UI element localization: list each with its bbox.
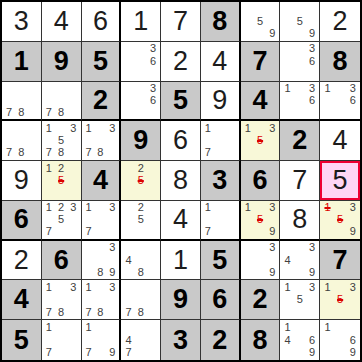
candidate-grid: 78 <box>121 280 160 319</box>
cell-r7c3[interactable]: 389 <box>82 241 122 281</box>
cell-r9c8[interactable]: 1469 <box>280 320 320 360</box>
cell-r1c3[interactable]: 6 <box>82 2 122 42</box>
cell-r7c6[interactable]: 5 <box>201 241 241 281</box>
cell-r8c2[interactable]: 1378 <box>42 280 82 320</box>
candidate-5: 5 <box>55 135 67 147</box>
candidate-5: 5 <box>55 214 67 226</box>
candidate-grid: 25 <box>121 161 160 200</box>
cell-r1c4[interactable]: 1 <box>121 2 161 42</box>
cell-r7c5[interactable]: 1 <box>161 241 201 281</box>
given-value: 3 <box>212 167 227 194</box>
cell-r3c1[interactable]: 78 <box>2 82 42 122</box>
cell-r2c7[interactable]: 7 <box>241 42 281 82</box>
candidate-4: 4 <box>122 334 134 347</box>
cell-r4c3[interactable]: 1378 <box>82 121 122 161</box>
candidate-3: 3 <box>67 281 79 293</box>
candidate-9: 9 <box>266 28 278 40</box>
candidate-5: 5 <box>254 15 266 27</box>
candidate-1: 1 <box>83 122 95 134</box>
candidate-7: 7 <box>83 306 95 318</box>
candidate-1: 1 <box>242 122 254 134</box>
candidate-grid: 169 <box>320 320 360 360</box>
candidate-1: 1 <box>83 281 95 293</box>
candidate-4: 4 <box>281 334 293 347</box>
cell-r3c3[interactable]: 2 <box>82 82 122 122</box>
cell-r5c1[interactable]: 9 <box>2 161 42 201</box>
candidate-1: 1 <box>202 202 214 214</box>
candidate-9: 9 <box>306 346 318 359</box>
cell-value: 1 <box>133 8 148 35</box>
cell-value: 9 <box>212 87 227 114</box>
eliminated-candidate-5: 5 <box>254 135 266 147</box>
cell-r2c1[interactable]: 1 <box>2 42 42 82</box>
candidate-9: 9 <box>106 346 118 359</box>
cell-r8c5[interactable]: 9 <box>161 280 201 320</box>
eliminated-candidate-5: 5 <box>254 214 266 226</box>
cell-r2c6[interactable]: 4 <box>201 42 241 82</box>
cell-r4c8[interactable]: 2 <box>280 121 320 161</box>
cell-r8c7[interactable]: 2 <box>241 280 281 320</box>
candidate-grid: 1359 <box>320 201 360 239</box>
cell-r9c2[interactable]: 17 <box>42 320 82 360</box>
cell-r1c8[interactable]: 59 <box>280 2 320 42</box>
candidate-3: 3 <box>306 281 318 293</box>
candidate-grid: 25 <box>121 201 160 239</box>
given-value: 2 <box>212 327 227 354</box>
candidate-3: 3 <box>147 43 159 55</box>
cell-r3c6[interactable]: 9 <box>201 82 241 122</box>
candidate-grid: 78 <box>2 82 41 120</box>
cell-r8c6[interactable]: 6 <box>201 280 241 320</box>
candidate-8: 8 <box>94 306 106 318</box>
candidate-8: 8 <box>94 147 106 159</box>
given-value: 8 <box>333 48 348 75</box>
cell-r8c4[interactable]: 78 <box>121 280 161 320</box>
candidate-7: 7 <box>3 147 15 159</box>
cell-r7c1[interactable]: 2 <box>2 241 42 281</box>
candidate-8: 8 <box>55 106 67 118</box>
candidate-9: 9 <box>306 28 318 40</box>
candidate-1: 1 <box>83 321 95 334</box>
candidate-3: 3 <box>67 122 79 134</box>
candidate-3: 3 <box>106 202 118 214</box>
cell-r7c7[interactable]: 39 <box>241 241 281 281</box>
cell-value: 2 <box>173 48 188 75</box>
cell-r4c5[interactable]: 6 <box>161 121 201 161</box>
candidate-grid: 12357 <box>42 201 81 239</box>
candidate-3: 3 <box>106 122 118 134</box>
candidate-7: 7 <box>43 106 55 118</box>
cell-value: 1 <box>173 247 188 274</box>
sudoku-board: 3461785959219536247368787823659413613678… <box>0 0 362 362</box>
cell-r7c8[interactable]: 349 <box>280 241 320 281</box>
candidate-3: 3 <box>106 242 118 254</box>
cell-r1c7[interactable]: 59 <box>241 2 281 42</box>
candidate-7: 7 <box>3 106 15 118</box>
cell-value: 4 <box>212 48 227 75</box>
cell-value: 4 <box>54 8 69 35</box>
candidate-grid: 136 <box>280 82 319 120</box>
candidate-1: 1 <box>43 122 55 134</box>
cell-r6c3[interactable]: 137 <box>82 201 122 241</box>
cell-r6c6[interactable]: 17 <box>201 201 241 241</box>
candidate-grid: 78 <box>42 82 81 120</box>
cell-r9c9[interactable]: 169 <box>320 320 360 360</box>
candidate-3: 3 <box>266 202 278 214</box>
candidate-grid: 59 <box>280 2 319 41</box>
candidate-9: 9 <box>346 226 359 238</box>
cell-r3c7[interactable]: 4 <box>241 82 281 122</box>
candidate-8: 8 <box>94 266 106 278</box>
candidate-5: 5 <box>135 214 147 226</box>
candidate-6: 6 <box>306 334 318 347</box>
cell-value: 4 <box>333 127 348 154</box>
candidate-3: 3 <box>346 281 359 293</box>
given-value: 9 <box>133 127 148 154</box>
candidate-3: 3 <box>67 202 79 214</box>
cell-r5c8[interactable]: 7 <box>280 161 320 201</box>
candidate-7: 7 <box>43 226 55 238</box>
eliminated-candidate-1: 1 <box>321 202 334 214</box>
given-value: 6 <box>14 206 29 233</box>
cell-value: 6 <box>93 8 108 35</box>
given-value: 6 <box>54 247 69 274</box>
cell-r9c3[interactable]: 179 <box>82 320 122 360</box>
candidate-7: 7 <box>43 147 55 159</box>
candidate-3: 3 <box>266 122 278 134</box>
candidate-grid: 36 <box>121 42 160 81</box>
cell-r6c7[interactable]: 1359 <box>241 201 281 241</box>
cell-value: 8 <box>292 206 307 233</box>
given-value: 4 <box>93 167 108 194</box>
cell-r1c2[interactable]: 4 <box>42 2 82 42</box>
cell-r2c4[interactable]: 36 <box>121 42 161 82</box>
cell-r4c7[interactable]: 135 <box>241 121 281 161</box>
candidate-8: 8 <box>135 306 147 318</box>
cell-r4c2[interactable]: 13578 <box>42 121 82 161</box>
candidate-3: 3 <box>346 202 359 214</box>
cell-r6c2[interactable]: 12357 <box>42 201 82 241</box>
cell-r1c6[interactable]: 8 <box>201 2 241 42</box>
candidate-6: 6 <box>147 94 159 106</box>
candidate-9: 9 <box>266 266 278 278</box>
candidate-2: 2 <box>55 202 67 214</box>
candidate-3: 3 <box>106 281 118 293</box>
candidate-3: 3 <box>147 83 159 95</box>
candidate-4: 4 <box>281 254 293 266</box>
candidate-3: 3 <box>306 43 318 55</box>
cell-r1c9[interactable]: 2 <box>320 2 360 42</box>
candidate-grid: 17 <box>42 320 81 360</box>
cell-r4c6[interactable]: 17 <box>201 121 241 161</box>
candidate-7: 7 <box>202 226 214 238</box>
candidate-grid: 13578 <box>42 121 81 160</box>
cell-r3c9[interactable]: 136 <box>320 82 360 122</box>
cell-value: 2 <box>14 247 29 274</box>
candidate-8: 8 <box>55 306 67 318</box>
candidate-2: 2 <box>55 162 67 174</box>
candidate-1: 1 <box>281 83 293 95</box>
cell-r6c4[interactable]: 25 <box>121 201 161 241</box>
candidate-grid: 1359 <box>241 201 280 239</box>
cell-r6c9[interactable]: 1359 <box>320 201 360 241</box>
candidate-3: 3 <box>306 242 318 254</box>
given-value: 5 <box>173 87 188 114</box>
cell-r5c2[interactable]: 125 <box>42 161 82 201</box>
cell-r4c9[interactable]: 4 <box>320 121 360 161</box>
candidate-7: 7 <box>83 346 95 359</box>
given-value: 5 <box>14 327 29 354</box>
candidate-6: 6 <box>147 55 159 67</box>
given-value: 2 <box>253 286 268 313</box>
cell-r9c6[interactable]: 2 <box>201 320 241 360</box>
cell-r9c7[interactable]: 8 <box>241 320 281 360</box>
candidate-7: 7 <box>43 306 55 318</box>
cell-value: 7 <box>292 167 307 194</box>
candidate-grid: 36 <box>280 42 319 81</box>
cell-r1c5[interactable]: 7 <box>161 2 201 42</box>
cell-r2c8[interactable]: 36 <box>280 42 320 82</box>
candidate-9: 9 <box>346 346 359 359</box>
cell-value: 9 <box>14 167 29 194</box>
cell-r2c3[interactable]: 5 <box>82 42 122 82</box>
candidate-grid: 47 <box>121 320 160 360</box>
cell-r6c8[interactable]: 8 <box>280 201 320 241</box>
candidate-9: 9 <box>266 226 278 238</box>
candidate-8: 8 <box>15 147 27 159</box>
eliminated-candidate-5: 5 <box>135 174 147 186</box>
cell-r8c9[interactable]: 135 <box>320 280 360 320</box>
candidate-1: 1 <box>202 122 214 134</box>
cell-value: 7 <box>173 8 188 35</box>
given-value: 4 <box>14 286 29 313</box>
candidate-1: 1 <box>321 321 334 334</box>
given-value: 1 <box>14 48 29 75</box>
candidate-9: 9 <box>306 266 318 278</box>
cell-value: 8 <box>173 167 188 194</box>
cell-r8c8[interactable]: 135 <box>280 280 320 320</box>
cell-value: 2 <box>333 8 348 35</box>
cell-r4c1[interactable]: 78 <box>2 121 42 161</box>
candidate-3: 3 <box>266 242 278 254</box>
cell-r3c8[interactable]: 136 <box>280 82 320 122</box>
candidate-1: 1 <box>83 202 95 214</box>
cell-r1c1[interactable]: 3 <box>2 2 42 42</box>
given-value: 8 <box>253 327 268 354</box>
candidate-grid: 125 <box>42 161 81 200</box>
candidate-7: 7 <box>83 226 95 238</box>
given-value: 5 <box>93 48 108 75</box>
given-value: 4 <box>253 87 268 114</box>
cell-r2c2[interactable]: 9 <box>42 42 82 82</box>
cell-r5c3[interactable]: 4 <box>82 161 122 201</box>
candidate-1: 1 <box>43 202 55 214</box>
given-value: 2 <box>292 127 307 154</box>
candidate-grid: 136 <box>320 82 360 120</box>
candidate-7: 7 <box>83 147 95 159</box>
cell-r7c9[interactable]: 7 <box>320 241 360 281</box>
given-value: 2 <box>93 87 108 114</box>
candidate-grid: 349 <box>280 241 319 280</box>
candidate-6: 6 <box>346 94 359 106</box>
eliminated-candidate-5: 5 <box>55 174 67 186</box>
candidate-1: 1 <box>281 321 293 334</box>
cell-r8c1[interactable]: 4 <box>2 280 42 320</box>
candidate-7: 7 <box>122 306 134 318</box>
candidate-8: 8 <box>135 266 147 278</box>
candidate-grid: 39 <box>241 241 280 280</box>
cell-r3c5[interactable]: 5 <box>161 82 201 122</box>
candidate-1: 1 <box>43 162 55 174</box>
given-value: 9 <box>54 48 69 75</box>
candidate-grid: 1469 <box>280 320 319 360</box>
candidate-6: 6 <box>346 334 359 347</box>
candidate-1: 1 <box>242 202 254 214</box>
candidate-1: 1 <box>43 321 55 334</box>
candidate-grid: 36 <box>121 82 160 120</box>
cell-value: 4 <box>173 206 188 233</box>
candidate-grid: 1378 <box>42 280 81 319</box>
candidate-3: 3 <box>346 83 359 95</box>
eliminated-candidate-5: 5 <box>334 294 347 306</box>
candidate-1: 1 <box>321 281 334 293</box>
candidate-grid: 179 <box>82 320 120 360</box>
candidate-5: 5 <box>294 294 306 306</box>
cell-r3c2[interactable]: 78 <box>42 82 82 122</box>
candidate-grid: 17 <box>201 121 239 160</box>
cell-r2c9[interactable]: 8 <box>320 42 360 82</box>
eliminated-candidate-5: 5 <box>334 214 347 226</box>
candidate-2: 2 <box>135 202 147 214</box>
candidate-7: 7 <box>122 346 134 359</box>
candidate-grid: 1378 <box>82 280 120 319</box>
cell-r9c4[interactable]: 47 <box>121 320 161 360</box>
candidate-2: 2 <box>135 162 147 174</box>
given-value: 8 <box>212 8 227 35</box>
candidate-grid: 48 <box>121 241 160 280</box>
candidate-9: 9 <box>106 266 118 278</box>
cell-r9c5[interactable]: 3 <box>161 320 201 360</box>
cell-r5c7[interactable]: 6 <box>241 161 281 201</box>
candidate-grid: 135 <box>280 280 319 319</box>
candidate-7: 7 <box>202 147 214 159</box>
cell-value: 5 <box>333 167 348 194</box>
candidate-grid: 135 <box>241 121 280 160</box>
given-value: 5 <box>212 247 227 274</box>
candidate-6: 6 <box>306 94 318 106</box>
selected-cell-r5c9[interactable]: 5 <box>320 161 360 201</box>
given-value: 7 <box>253 48 268 75</box>
cell-r7c2[interactable]: 6 <box>42 241 82 281</box>
candidate-grid: 78 <box>2 121 41 160</box>
candidate-grid: 17 <box>201 201 239 239</box>
cell-r5c4[interactable]: 25 <box>121 161 161 201</box>
candidate-grid: 1378 <box>82 121 120 160</box>
cell-value: 3 <box>14 8 29 35</box>
candidate-grid: 59 <box>241 2 280 41</box>
candidate-8: 8 <box>15 106 27 118</box>
candidate-3: 3 <box>306 83 318 95</box>
candidate-8: 8 <box>55 147 67 159</box>
candidate-grid: 135 <box>320 280 360 319</box>
candidate-6: 6 <box>306 55 318 67</box>
given-value: 7 <box>333 247 348 274</box>
candidate-1: 1 <box>321 83 334 95</box>
cell-r8c3[interactable]: 1378 <box>82 280 122 320</box>
cell-r9c1[interactable]: 5 <box>2 320 42 360</box>
cell-r5c5[interactable]: 8 <box>161 161 201 201</box>
candidate-4: 4 <box>122 254 134 266</box>
cell-r6c1[interactable]: 6 <box>2 201 42 241</box>
candidate-1: 1 <box>43 281 55 293</box>
candidate-5: 5 <box>294 15 306 27</box>
given-value: 9 <box>173 286 188 313</box>
given-value: 3 <box>173 327 188 354</box>
candidate-grid: 389 <box>82 241 120 280</box>
cell-r2c5[interactable]: 2 <box>161 42 201 82</box>
cell-r3c4[interactable]: 36 <box>121 82 161 122</box>
cell-r7c4[interactable]: 48 <box>121 241 161 281</box>
cell-value: 6 <box>173 127 188 154</box>
cell-r5c6[interactable]: 3 <box>201 161 241 201</box>
candidate-1: 1 <box>281 281 293 293</box>
candidate-7: 7 <box>43 346 55 359</box>
candidate-grid: 137 <box>82 201 120 239</box>
given-value: 6 <box>212 286 227 313</box>
cell-r6c5[interactable]: 4 <box>161 201 201 241</box>
given-value: 6 <box>253 167 268 194</box>
cell-r4c4[interactable]: 9 <box>121 121 161 161</box>
